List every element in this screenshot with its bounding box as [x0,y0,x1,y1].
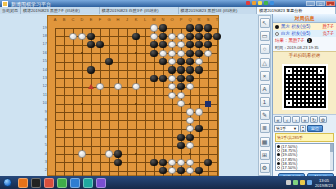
settings-icon[interactable]: ⚙ [260,163,270,173]
grid-line [217,28,218,179]
triangle-icon[interactable]: △ [260,58,270,68]
black-stone-icon [277,153,280,156]
row-label: 18 [40,33,47,38]
stone-black [186,33,193,40]
row-label: 19 [40,25,47,30]
annotation-toolbar: ↖▭○△×A1✎≣▦⊞⚙ [258,15,271,176]
green-app-icon[interactable] [57,178,67,188]
stone-black [87,33,94,40]
stone-black [195,33,202,40]
column-label: F [97,17,104,22]
qr-zone [273,60,336,114]
column-label: Q [187,17,194,22]
column-label: T [214,17,221,22]
panel-header: 对局信息 [273,14,336,23]
move-select-dropdown[interactable]: 第1手 ▼ [274,125,299,132]
white-player-row: 白方 棋友(业5) 负7子 [273,30,336,37]
column-label: R [196,17,203,22]
info-panel: 对局信息 黑方 棋友(业5) 胜7子 白方 棋友(业5) 负7子 结果：黑胜7子… [272,14,336,176]
triangle-marker-icon [88,84,94,89]
stone-black [213,33,220,40]
stone-black [96,41,103,48]
tray-icon[interactable] [286,180,291,185]
chevron-down-icon: ▼ [293,126,297,131]
column-label: N [160,17,167,22]
stone-white [177,92,184,99]
black-player-name: 黑方 棋友(业5) [281,24,322,29]
tray-icon[interactable] [300,180,305,185]
stone-white [204,50,211,57]
last-move-button[interactable]: » [301,116,309,123]
taskbar-app-icons [18,178,106,188]
square-marker-icon [205,101,211,107]
stone-black [195,66,202,73]
stone-white [150,33,157,40]
qr-section-title: 手机扫码看棋谱 [273,51,336,60]
move-hint-label: 第1手/共285手 [275,133,334,142]
move-spinner[interactable]: ▲▼ [300,125,306,132]
stone-white [177,41,184,48]
stone-white [105,150,112,157]
row-label: 12 [40,83,47,88]
stone-black [186,24,193,31]
white-stone-icon [275,32,279,36]
tab-2[interactable]: 棋谱20190823 白胜3子 (已结束) [100,7,179,14]
window-controls: – □ × [306,1,335,6]
row-label: 8 [40,117,47,122]
stone-white [168,92,175,99]
row-label: 4 [40,151,47,156]
qr-finder-icon [316,66,326,76]
row-label: 7 [40,125,47,130]
prev-move-button[interactable]: ‹ [283,116,291,123]
move-select-value: 第1手 [276,126,286,131]
stone-black [159,24,166,31]
stone-black [186,66,193,73]
dark-app-icon[interactable] [31,178,41,188]
stone-white [177,100,184,107]
tray-icon[interactable] [307,180,312,185]
lines-icon[interactable]: ≣ [260,123,270,133]
row-label: 2 [40,167,47,172]
stone-black [177,58,184,65]
stone-black [177,66,184,73]
add-icon[interactable]: ⊞ [260,150,270,160]
black-player-result: 胜7子 [322,24,334,29]
firefox-icon[interactable] [18,178,28,188]
stone-black [168,66,175,73]
row-label: 6 [40,134,47,139]
taskbar-clock: 13:05 2019/8/23 [313,178,335,188]
qr-code [282,64,328,110]
stone-white [132,83,139,90]
stone-white [159,50,166,57]
white-stone-icon [277,149,280,152]
tab-4[interactable]: 棋谱20190823 复盘分析 [257,7,336,14]
rect-icon[interactable]: ▭ [260,31,270,41]
stone-black [159,75,166,82]
stone-black [159,41,166,48]
row-label: 14 [40,67,47,72]
stone-white [168,167,175,174]
stone-white [168,41,175,48]
stone-black [114,150,121,157]
column-label: K [133,17,140,22]
title-bar: 新博围棋学习平台 – □ × [0,0,336,7]
stone-black [204,41,211,48]
white-player-name: 白方 棋友(业5) [281,31,322,36]
black-stone-icon [277,162,280,165]
star-point [135,153,137,155]
stone-white [96,83,103,90]
tray-icon[interactable] [293,180,298,185]
tab-bar: 当前对局棋谱20190823 黑胜7子 (已结束)棋谱20190823 白胜3子… [0,7,336,14]
stone-black [105,58,112,65]
column-label: O [169,17,176,22]
stone-white [114,83,121,90]
cross-icon[interactable]: × [260,71,270,81]
stone-black [177,142,184,149]
first-move-button[interactable]: « [274,116,282,123]
qr-finder-icon [284,66,294,76]
row-label: 17 [40,41,47,46]
star-point [189,153,191,155]
row-label: 11 [40,92,47,97]
stone-black [150,41,157,48]
stone-black [177,167,184,174]
stone-white [78,33,85,40]
row-label: 9 [40,109,47,114]
stone-white [195,58,202,65]
stone-white [168,58,175,65]
row-label: 15 [40,58,47,63]
stone-black [204,159,211,166]
black-stone-icon [277,145,280,148]
stone-black [150,50,157,57]
winrate-value: (17.50%) [281,165,297,170]
stone-white [168,75,175,82]
pointer-icon[interactable]: ↖ [260,18,270,28]
winrate-list[interactable]: (17.50%)(18.75%)(19.05%)(17.85%)(18.35%)… [275,143,334,171]
white-player-result: 负7子 [322,31,334,36]
white-stone-icon [277,158,280,161]
stone-white [195,108,202,115]
column-label: C [70,17,77,22]
winrate-list-item[interactable]: (17.50%) [276,165,333,169]
stone-black [150,159,157,166]
stone-white [186,83,193,90]
black-player-row: 黑方 棋友(业5) 胜7子 [273,23,336,30]
stone-black [186,134,193,141]
row-label: 3 [40,159,47,164]
winrate-scrollbar[interactable] [330,144,333,170]
stone-white [168,50,175,57]
stone-black [195,125,202,132]
stone-black [159,159,166,166]
column-label: G [106,17,113,22]
stone-black [159,33,166,40]
number-icon[interactable]: 1 [260,97,270,107]
stone-black [186,75,193,82]
column-label: J [124,17,131,22]
row-label: 13 [40,75,47,80]
winrate-rows: (17.50%)(18.75%)(19.05%)(17.85%)(18.35%)… [276,144,333,170]
stone-black [87,66,94,73]
stone-black [204,24,211,31]
app-icon [2,1,8,7]
go-board[interactable]: ABCDEFGHJKLMNOPQRST [47,15,219,176]
game-result-line: 结果：黑胜7子 1 [273,37,336,44]
stone-black [114,159,121,166]
stone-white [168,83,175,90]
row-label: 5 [40,142,47,147]
title-app-icon[interactable] [246,1,250,5]
title-app-icon[interactable] [258,1,262,5]
row-label: 16 [40,50,47,55]
scrollbar-thumb[interactable] [330,144,333,152]
column-label: L [142,17,149,22]
clock-date: 2019/8/23 [313,183,335,188]
title-app-icon[interactable] [252,1,256,5]
grid-icon[interactable]: ▦ [260,137,270,147]
stone-white [186,142,193,149]
stone-black [177,83,184,90]
stone-white [78,150,85,157]
system-tray [286,180,312,185]
taskbar: 13:05 2019/8/23 [0,176,336,189]
column-label: B [61,17,68,22]
column-label: M [151,17,158,22]
stone-white [177,50,184,57]
purple-app-icon[interactable] [96,178,106,188]
replay-button[interactable]: ↻ [310,116,318,123]
circle-icon[interactable]: ○ [260,44,270,54]
column-label: D [79,17,86,22]
row-label: 10 [40,100,47,105]
column-label: P [178,17,185,22]
teal-app-icon[interactable] [83,178,93,188]
qr-finder-icon [284,98,294,108]
column-label: E [88,17,95,22]
star-point [135,103,137,105]
tab-3[interactable]: 棋谱20190823 黑胜5目 (已结束) [179,7,258,14]
stone-white [186,117,193,124]
stone-black [195,167,202,174]
title-app-icon[interactable] [270,1,274,5]
stone-black [195,41,202,48]
board-row-labels: 19181716151413121110987654321 [40,15,47,176]
stone-black [159,58,166,65]
stone-black [177,134,184,141]
stone-black [132,33,139,40]
stone-black [186,50,193,57]
stone-black [186,41,193,48]
stone-white [177,33,184,40]
close-button[interactable]: × [326,1,335,6]
white-stone-icon [277,166,280,169]
stone-black [195,50,202,57]
column-label: A [52,17,59,22]
goto-move-button[interactable]: 定位 [307,125,323,132]
tab-0[interactable]: 当前对局 [0,7,21,14]
maximize-button[interactable]: □ [316,1,325,6]
nav-settings-button[interactable]: ⚙ [319,116,327,123]
black-stone-icon [275,25,279,29]
stone-black [186,58,193,65]
stone-white [186,159,193,166]
stone-white [168,159,175,166]
pen-icon[interactable]: ✎ [260,110,270,120]
title-app-icon[interactable] [264,1,268,5]
stone-black [177,75,184,82]
move-nav-toolbar: «‹›»↻⚙ [273,114,336,124]
star-point [189,103,191,105]
blue-app-icon[interactable] [70,178,80,188]
stone-white [186,167,193,174]
star-point [81,103,83,105]
stone-white [168,33,175,40]
grid-line [145,28,146,179]
result-badge: 1 [307,38,312,43]
browser-icon[interactable] [44,178,54,188]
app-window: 新博围棋学习平台 – □ × 当前对局棋谱20190823 黑胜7子 (已结束)… [0,0,336,189]
stone-white [150,24,157,31]
letter-icon[interactable]: A [260,84,270,94]
title-toolbar-icons [246,1,274,5]
column-label: H [115,17,122,22]
game-time-line: 时间：2019-08-23 19:35 [273,44,336,51]
column-label: S [205,17,212,22]
move-select-row: 第1手 ▼ ▲▼ 定位 [273,124,336,133]
stone-black [204,33,211,40]
start-button[interactable] [3,178,12,187]
stone-white [186,125,193,132]
stone-white [177,159,184,166]
game-result-text: 结果：黑胜7子 [275,38,305,43]
stone-white [186,108,193,115]
next-move-button[interactable]: › [292,116,300,123]
stone-white [69,33,76,40]
stone-black [195,24,202,31]
stone-black [87,41,94,48]
stone-black [159,167,166,174]
stone-black [150,75,157,82]
minimize-button[interactable]: – [306,1,315,6]
tab-1[interactable]: 棋谱20190823 黑胜7子 (已结束) [21,7,100,14]
window-title: 新博围棋学习平台 [11,1,51,7]
